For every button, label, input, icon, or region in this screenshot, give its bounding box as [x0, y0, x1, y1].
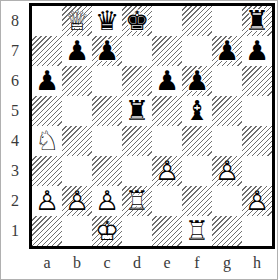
piece-fill: ♚ — [92, 216, 122, 246]
white-queen[interactable]: ♕ — [62, 6, 92, 36]
black-pawn[interactable]: ♟ — [182, 66, 212, 96]
white-knight[interactable]: ♘ — [32, 126, 62, 156]
square-c7[interactable]: ♟ — [92, 36, 122, 66]
piece-fill: ♟ — [92, 186, 122, 216]
piece-fill: ♟ — [212, 156, 242, 186]
square-b5[interactable] — [62, 96, 92, 126]
square-a3[interactable] — [32, 156, 62, 186]
white-rook[interactable]: ♖ — [182, 216, 212, 246]
square-g1[interactable] — [212, 216, 242, 246]
square-h8[interactable]: ♜ — [242, 6, 272, 36]
square-c4[interactable] — [92, 126, 122, 156]
square-e7[interactable] — [152, 36, 182, 66]
black-pawn[interactable]: ♟ — [212, 36, 242, 66]
piece-fill: ♟ — [62, 186, 92, 216]
piece-fill: ♛ — [62, 6, 92, 36]
square-a4[interactable]: ♞♘ — [32, 126, 62, 156]
square-f1[interactable]: ♜♖ — [182, 216, 212, 246]
square-e3[interactable]: ♟♙ — [152, 156, 182, 186]
square-d3[interactable] — [122, 156, 152, 186]
square-h3[interactable] — [242, 156, 272, 186]
file-label-h: h — [242, 251, 272, 275]
square-d6[interactable] — [122, 66, 152, 96]
rank-label-3: 3 — [3, 156, 27, 186]
black-rook[interactable]: ♜ — [242, 6, 272, 36]
file-label-f: f — [182, 251, 212, 275]
black-rook[interactable]: ♜ — [122, 96, 152, 126]
square-f8[interactable] — [182, 6, 212, 36]
square-b4[interactable] — [62, 126, 92, 156]
white-pawn[interactable]: ♙ — [92, 186, 122, 216]
square-g7[interactable]: ♟ — [212, 36, 242, 66]
file-label-d: d — [122, 251, 152, 275]
square-a6[interactable]: ♟ — [32, 66, 62, 96]
square-f6[interactable]: ♟ — [182, 66, 212, 96]
square-b1[interactable] — [62, 216, 92, 246]
square-f5[interactable]: ♝ — [182, 96, 212, 126]
square-h5[interactable] — [242, 96, 272, 126]
black-pawn[interactable]: ♟ — [152, 66, 182, 96]
square-h2[interactable]: ♟♙ — [242, 186, 272, 216]
square-e8[interactable] — [152, 6, 182, 36]
square-f7[interactable] — [182, 36, 212, 66]
square-g4[interactable] — [212, 126, 242, 156]
black-bishop[interactable]: ♝ — [182, 96, 212, 126]
square-e5[interactable] — [152, 96, 182, 126]
white-pawn[interactable]: ♙ — [62, 186, 92, 216]
rank-label-1: 1 — [3, 216, 27, 246]
square-e6[interactable]: ♟ — [152, 66, 182, 96]
square-e4[interactable] — [152, 126, 182, 156]
black-pawn[interactable]: ♟ — [32, 66, 62, 96]
square-a8[interactable] — [32, 6, 62, 36]
square-h6[interactable] — [242, 66, 272, 96]
square-a2[interactable]: ♟♙ — [32, 186, 62, 216]
square-d5[interactable]: ♜ — [122, 96, 152, 126]
rank-label-6: 6 — [3, 66, 27, 96]
piece-fill: ♞ — [32, 126, 62, 156]
square-b3[interactable] — [62, 156, 92, 186]
piece-fill: ♟ — [152, 156, 182, 186]
square-f4[interactable] — [182, 126, 212, 156]
square-d7[interactable] — [122, 36, 152, 66]
black-pawn[interactable]: ♟ — [62, 36, 92, 66]
white-pawn[interactable]: ♙ — [152, 156, 182, 186]
white-king[interactable]: ♔ — [92, 216, 122, 246]
black-king[interactable]: ♚ — [122, 6, 152, 36]
square-c1[interactable]: ♚♔ — [92, 216, 122, 246]
square-b7[interactable]: ♟ — [62, 36, 92, 66]
file-label-g: g — [212, 251, 242, 275]
square-b2[interactable]: ♟♙ — [62, 186, 92, 216]
square-d2[interactable]: ♜♖ — [122, 186, 152, 216]
square-d8[interactable]: ♚ — [122, 6, 152, 36]
square-e1[interactable] — [152, 216, 182, 246]
square-c6[interactable] — [92, 66, 122, 96]
chess-board: ♛♕♛♚♜♟♟♟♟♟♟♟♜♝♞♘♟♙♟♙♟♙♟♙♟♙♜♖♟♙♚♔♜♖ — [29, 3, 275, 249]
rank-label-2: 2 — [3, 186, 27, 216]
file-label-a: a — [32, 251, 62, 275]
black-pawn[interactable]: ♟ — [242, 36, 272, 66]
square-c3[interactable] — [92, 156, 122, 186]
square-h1[interactable] — [242, 216, 272, 246]
file-label-c: c — [92, 251, 122, 275]
square-e2[interactable] — [152, 186, 182, 216]
square-b8[interactable]: ♛♕ — [62, 6, 92, 36]
rank-label-5: 5 — [3, 96, 27, 126]
white-pawn[interactable]: ♙ — [242, 186, 272, 216]
square-g8[interactable] — [212, 6, 242, 36]
rank-label-8: 8 — [3, 6, 27, 36]
square-c2[interactable]: ♟♙ — [92, 186, 122, 216]
square-a7[interactable] — [32, 36, 62, 66]
square-b6[interactable] — [62, 66, 92, 96]
square-d4[interactable] — [122, 126, 152, 156]
square-a5[interactable] — [32, 96, 62, 126]
square-h7[interactable]: ♟ — [242, 36, 272, 66]
white-rook[interactable]: ♖ — [122, 186, 152, 216]
square-d1[interactable] — [122, 216, 152, 246]
file-label-b: b — [62, 251, 92, 275]
square-g5[interactable] — [212, 96, 242, 126]
square-g3[interactable]: ♟♙ — [212, 156, 242, 186]
piece-fill: ♜ — [182, 216, 212, 246]
chess-diagram: ♛♕♛♚♜♟♟♟♟♟♟♟♜♝♞♘♟♙♟♙♟♙♟♙♟♙♜♖♟♙♚♔♜♖ 87654… — [0, 0, 278, 280]
square-c8[interactable]: ♛ — [92, 6, 122, 36]
square-g2[interactable] — [212, 186, 242, 216]
file-label-e: e — [152, 251, 182, 275]
square-c5[interactable] — [92, 96, 122, 126]
piece-fill: ♟ — [32, 186, 62, 216]
square-a1[interactable] — [32, 216, 62, 246]
white-pawn[interactable]: ♙ — [212, 156, 242, 186]
square-f3[interactable] — [182, 156, 212, 186]
square-f2[interactable] — [182, 186, 212, 216]
white-pawn[interactable]: ♙ — [32, 186, 62, 216]
black-queen[interactable]: ♛ — [92, 6, 122, 36]
piece-fill: ♜ — [122, 186, 152, 216]
black-pawn[interactable]: ♟ — [92, 36, 122, 66]
square-g6[interactable] — [212, 66, 242, 96]
square-h4[interactable] — [242, 126, 272, 156]
rank-label-7: 7 — [3, 36, 27, 66]
piece-fill: ♟ — [242, 186, 272, 216]
rank-label-4: 4 — [3, 126, 27, 156]
